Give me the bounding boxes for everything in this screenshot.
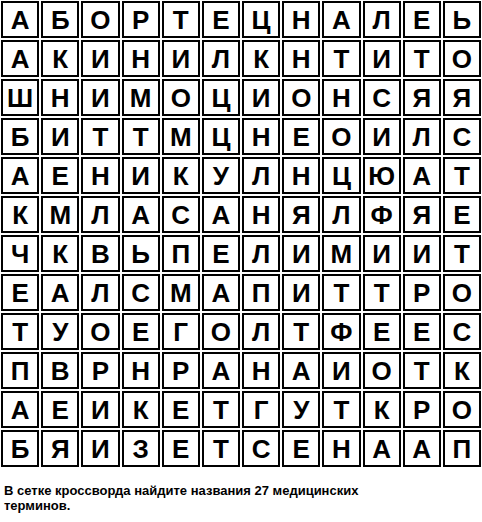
grid-cell[interactable]: Е — [282, 118, 320, 155]
grid-cell[interactable]: А — [403, 430, 441, 467]
grid-cell[interactable]: О — [322, 118, 360, 155]
grid-cell[interactable]: И — [282, 274, 320, 311]
word-search-page: АБОРТЕЦНАЛЕЬАКИНИЛКНТИТОШНИМОЦИОНСЯЯБИТТ… — [0, 0, 482, 513]
grid-cell[interactable]: М — [162, 274, 200, 311]
grid-cell[interactable]: Б — [41, 1, 79, 38]
grid-cell[interactable]: А — [202, 274, 240, 311]
grid-cell[interactable]: О — [81, 1, 119, 38]
grid-cell[interactable]: А — [41, 274, 79, 311]
grid-cell[interactable]: И — [122, 157, 160, 194]
grid-cell[interactable]: С — [443, 118, 481, 155]
grid-cell[interactable]: Ч — [1, 235, 39, 272]
grid-cell[interactable]: И — [363, 40, 401, 77]
grid-cell[interactable]: С — [122, 274, 160, 311]
grid-cell[interactable]: Е — [403, 1, 441, 38]
grid-cell[interactable]: К — [162, 157, 200, 194]
grid-cell[interactable]: Т — [403, 40, 441, 77]
grid-cell[interactable]: Н — [322, 79, 360, 116]
grid-cell[interactable]: О — [282, 79, 320, 116]
grid-cell[interactable]: М — [322, 235, 360, 272]
grid-cell[interactable]: Т — [322, 40, 360, 77]
grid-cell[interactable]: Б — [1, 118, 39, 155]
grid-cell[interactable]: Е — [202, 1, 240, 38]
grid-cell[interactable]: Е — [41, 157, 79, 194]
grid-cell[interactable]: К — [122, 391, 160, 428]
grid-cell[interactable]: Т — [322, 391, 360, 428]
grid-cell[interactable]: И — [242, 79, 280, 116]
grid-cell[interactable]: Л — [322, 196, 360, 233]
grid-cell[interactable]: Я — [403, 79, 441, 116]
grid-cell[interactable]: С — [443, 313, 481, 350]
grid-cell[interactable]: И — [282, 235, 320, 272]
grid-cell[interactable]: У — [41, 313, 79, 350]
grid-cell[interactable]: Н — [122, 352, 160, 389]
grid-cell[interactable]: А — [202, 352, 240, 389]
grid-cell[interactable]: С — [242, 430, 280, 467]
grid-cell[interactable]: Н — [122, 40, 160, 77]
grid-cell[interactable]: Н — [242, 118, 280, 155]
grid-cell[interactable]: Н — [282, 40, 320, 77]
grid-cell[interactable]: Ь — [122, 235, 160, 272]
grid-cell[interactable]: Л — [81, 274, 119, 311]
grid-cell[interactable]: К — [41, 235, 79, 272]
grid-cell[interactable]: К — [1, 196, 39, 233]
grid-cell[interactable]: Ц — [202, 118, 240, 155]
grid-cell[interactable]: Р — [403, 274, 441, 311]
grid-cell[interactable]: И — [162, 40, 200, 77]
grid-cell[interactable]: Р — [162, 352, 200, 389]
grid-cell[interactable]: Р — [81, 352, 119, 389]
grid-cell[interactable]: О — [443, 274, 481, 311]
grid-cell[interactable]: Ц — [322, 157, 360, 194]
grid-cell[interactable]: Г — [162, 313, 200, 350]
grid-cell[interactable]: Б — [1, 430, 39, 467]
grid-cell[interactable]: А — [122, 196, 160, 233]
grid-cell[interactable]: Т — [403, 352, 441, 389]
grid-cell[interactable]: П — [162, 235, 200, 272]
grid-cell[interactable]: Е — [1, 274, 39, 311]
grid-cell[interactable]: О — [363, 352, 401, 389]
grid-cell[interactable]: Л — [242, 157, 280, 194]
grid-cell[interactable]: Е — [162, 391, 200, 428]
grid-cell[interactable]: И — [363, 235, 401, 272]
grid-cell[interactable]: Я — [443, 79, 481, 116]
grid-cell[interactable]: Н — [242, 352, 280, 389]
grid-cell[interactable]: З — [122, 430, 160, 467]
instructions-line2: терминов. — [4, 498, 482, 513]
grid-cell[interactable]: Т — [282, 313, 320, 350]
instructions: В сетке кроссворда найдите названия 27 м… — [4, 483, 482, 513]
grid-cell[interactable]: Н — [41, 79, 79, 116]
grid-cell[interactable]: Н — [81, 157, 119, 194]
grid-cell[interactable]: Л — [403, 118, 441, 155]
grid-cell[interactable]: К — [443, 352, 481, 389]
grid-cell[interactable]: Т — [162, 1, 200, 38]
grid-cell[interactable]: Ц — [202, 79, 240, 116]
grid-cell[interactable]: Л — [242, 313, 280, 350]
grid-cell[interactable]: Я — [403, 196, 441, 233]
grid-cell[interactable]: Т — [363, 274, 401, 311]
grid-cell[interactable]: Г — [242, 391, 280, 428]
grid-cell[interactable]: И — [81, 391, 119, 428]
grid-cell[interactable]: П — [242, 274, 280, 311]
grid-cell[interactable]: П — [443, 430, 481, 467]
grid-cell[interactable]: О — [81, 313, 119, 350]
grid-cell[interactable]: Е — [282, 430, 320, 467]
grid-cell[interactable]: Т — [202, 430, 240, 467]
grid-cell[interactable]: К — [242, 40, 280, 77]
grid-cell[interactable]: М — [162, 118, 200, 155]
grid-cell[interactable]: Н — [242, 196, 280, 233]
grid-cell[interactable]: И — [363, 118, 401, 155]
grid-cell[interactable]: И — [81, 79, 119, 116]
grid-cell[interactable]: Т — [443, 235, 481, 272]
grid-cell[interactable]: П — [1, 352, 39, 389]
grid-cell[interactable]: А — [322, 1, 360, 38]
grid-cell[interactable]: У — [202, 157, 240, 194]
word-search-board: АБОРТЕЦНАЛЕЬАКИНИЛКНТИТОШНИМОЦИОНСЯЯБИТТ… — [0, 0, 482, 468]
grid-cell[interactable]: А — [403, 157, 441, 194]
grid-cell[interactable]: Т — [202, 391, 240, 428]
grid-cell[interactable]: С — [363, 79, 401, 116]
grid-cell[interactable]: И — [81, 430, 119, 467]
letter-grid: АБОРТЕЦНАЛЕЬАКИНИЛКНТИТОШНИМОЦИОНСЯЯБИТТ… — [1, 1, 481, 467]
grid-cell[interactable]: А — [1, 1, 39, 38]
grid-cell[interactable]: Н — [322, 430, 360, 467]
grid-cell[interactable]: А — [1, 157, 39, 194]
grid-cell[interactable]: А — [1, 40, 39, 77]
grid-cell[interactable]: Н — [282, 157, 320, 194]
grid-cell[interactable]: О — [443, 40, 481, 77]
grid-cell[interactable]: И — [81, 40, 119, 77]
grid-cell[interactable]: Ю — [363, 157, 401, 194]
grid-cell[interactable]: У — [282, 391, 320, 428]
grid-cell[interactable]: А — [282, 352, 320, 389]
grid-cell[interactable]: Т — [322, 274, 360, 311]
grid-cell[interactable]: Л — [242, 235, 280, 272]
grid-cell[interactable]: Т — [443, 157, 481, 194]
grid-cell[interactable]: Е — [162, 430, 200, 467]
grid-cell[interactable]: Л — [363, 1, 401, 38]
grid-cell[interactable]: А — [1, 391, 39, 428]
grid-cell[interactable]: М — [41, 196, 79, 233]
grid-cell[interactable]: О — [202, 313, 240, 350]
grid-cell[interactable]: А — [202, 196, 240, 233]
grid-cell[interactable]: Е — [202, 235, 240, 272]
grid-cell[interactable]: С — [162, 196, 200, 233]
grid-cell[interactable]: Е — [41, 391, 79, 428]
grid-cell[interactable]: О — [162, 79, 200, 116]
grid-cell[interactable]: Т — [122, 118, 160, 155]
grid-cell[interactable]: И — [322, 352, 360, 389]
grid-cell[interactable]: Я — [41, 430, 79, 467]
grid-cell[interactable]: Р — [122, 1, 160, 38]
grid-cell[interactable]: Е — [443, 196, 481, 233]
grid-cell[interactable]: К — [41, 40, 79, 77]
grid-cell[interactable]: Ц — [242, 1, 280, 38]
grid-cell[interactable]: В — [41, 352, 79, 389]
grid-cell[interactable]: Т — [1, 313, 39, 350]
instructions-line1: В сетке кроссворда найдите названия 27 м… — [4, 483, 482, 498]
grid-cell[interactable]: М — [122, 79, 160, 116]
grid-cell[interactable]: Е — [363, 313, 401, 350]
grid-cell[interactable]: О — [443, 391, 481, 428]
grid-cell[interactable]: Е — [403, 313, 441, 350]
grid-cell[interactable]: Ш — [1, 79, 39, 116]
grid-cell[interactable]: К — [363, 391, 401, 428]
grid-cell[interactable]: И — [403, 235, 441, 272]
grid-cell[interactable]: Л — [202, 40, 240, 77]
grid-cell[interactable]: Н — [282, 1, 320, 38]
grid-cell[interactable]: Я — [282, 196, 320, 233]
grid-cell[interactable]: Ф — [363, 196, 401, 233]
grid-cell[interactable]: В — [81, 235, 119, 272]
grid-cell[interactable]: Р — [403, 391, 441, 428]
grid-cell[interactable]: Ь — [443, 1, 481, 38]
grid-cell[interactable]: Т — [81, 118, 119, 155]
grid-cell[interactable]: Ф — [322, 313, 360, 350]
grid-cell[interactable]: А — [363, 430, 401, 467]
grid-cell[interactable]: И — [41, 118, 79, 155]
grid-cell[interactable]: Л — [81, 196, 119, 233]
grid-cell[interactable]: Е — [122, 313, 160, 350]
